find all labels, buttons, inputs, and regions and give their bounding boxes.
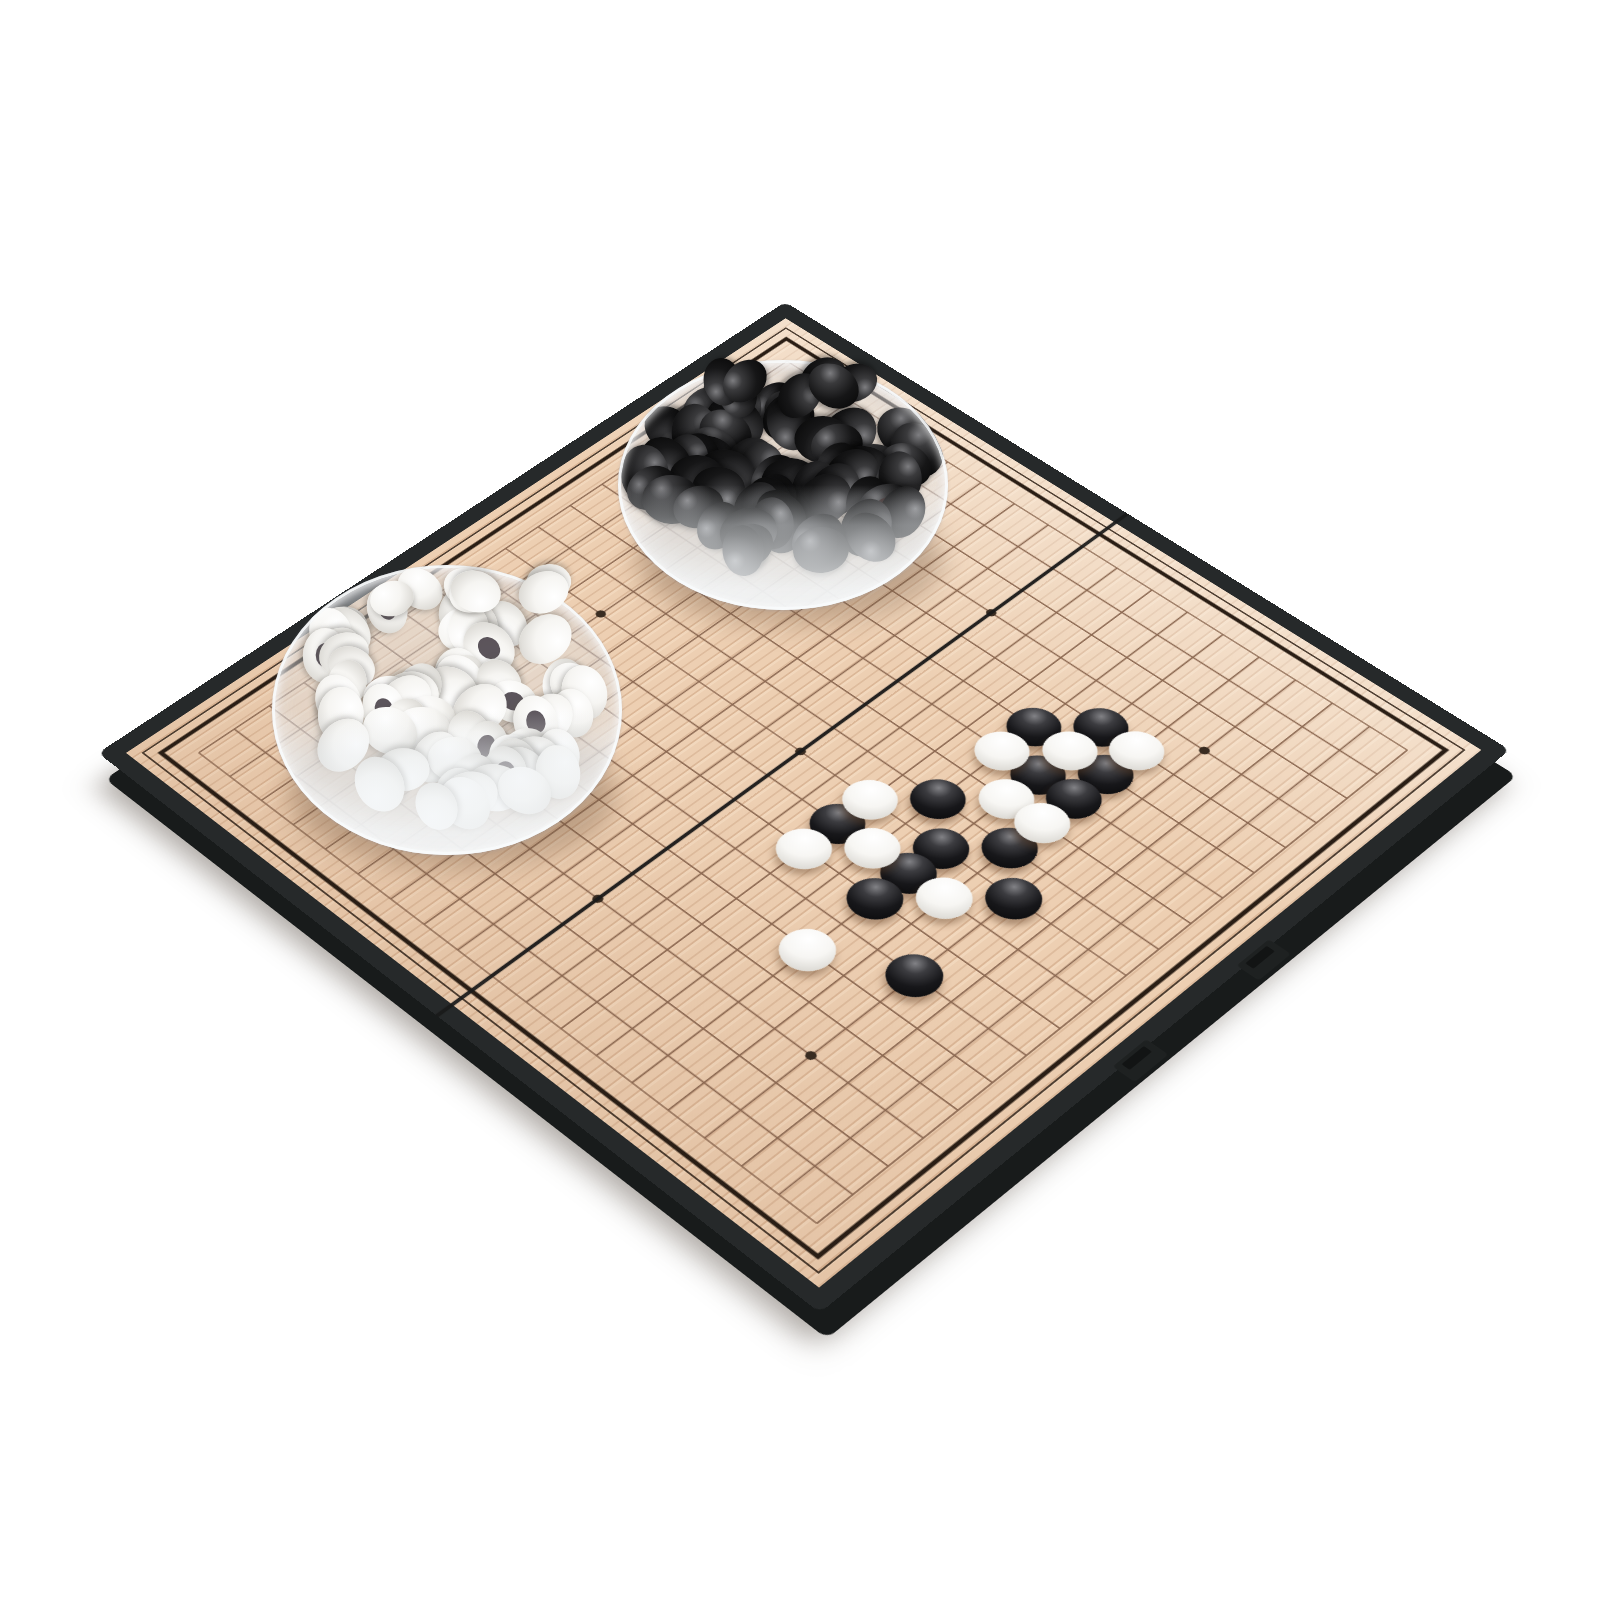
product-photo-scene — [0, 0, 1601, 1601]
bowl-rim — [272, 565, 622, 855]
black-stone-bowl[interactable] — [618, 360, 948, 610]
white-stone-bowl[interactable] — [272, 565, 622, 855]
